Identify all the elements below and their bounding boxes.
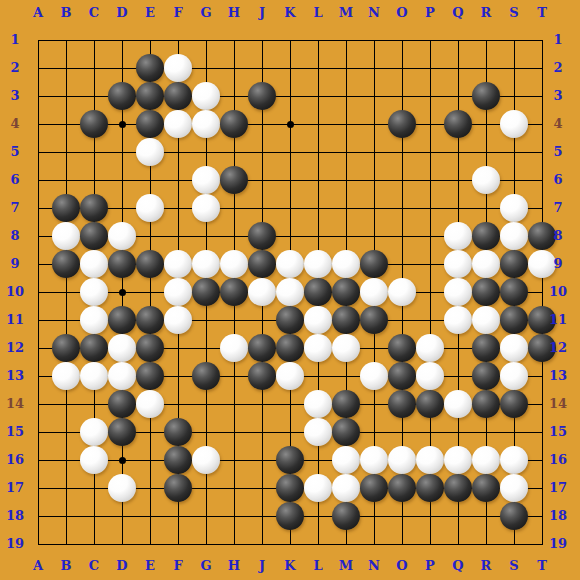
black-stone-M15 (332, 418, 360, 446)
white-stone-B8 (52, 222, 80, 250)
black-stone-E2 (136, 54, 164, 82)
col-label-top-P: P (416, 5, 444, 21)
col-label-bottom-F: F (164, 558, 192, 574)
grid-line-vertical (542, 40, 543, 545)
col-label-bottom-K: K (276, 558, 304, 574)
black-stone-S18 (500, 502, 528, 530)
col-label-bottom-A: A (24, 558, 52, 574)
black-stone-P17 (416, 474, 444, 502)
row-label-right-15: 15 (544, 424, 572, 440)
white-stone-L17 (304, 474, 332, 502)
row-label-left-15: 15 (1, 424, 29, 440)
col-label-top-S: S (500, 5, 528, 21)
col-label-bottom-D: D (108, 558, 136, 574)
row-label-right-16: 16 (544, 452, 572, 468)
white-stone-S7 (500, 194, 528, 222)
white-stone-C9 (80, 250, 108, 278)
black-stone-Q4 (444, 110, 472, 138)
white-stone-B13 (52, 362, 80, 390)
black-stone-H6 (220, 166, 248, 194)
row-label-right-13: 13 (544, 368, 572, 384)
black-stone-J12 (248, 334, 276, 362)
white-stone-Q14 (444, 390, 472, 418)
black-stone-F15 (164, 418, 192, 446)
row-label-left-18: 18 (1, 508, 29, 524)
row-label-right-1: 1 (544, 32, 572, 48)
row-label-right-18: 18 (544, 508, 572, 524)
row-label-left-4: 4 (1, 116, 29, 132)
col-label-top-J: J (248, 5, 276, 21)
black-stone-K11 (276, 306, 304, 334)
black-stone-F17 (164, 474, 192, 502)
col-label-bottom-T: T (528, 558, 556, 574)
white-stone-F10 (164, 278, 192, 306)
black-stone-R8 (472, 222, 500, 250)
col-label-bottom-E: E (136, 558, 164, 574)
white-stone-C16 (80, 446, 108, 474)
white-stone-L12 (304, 334, 332, 362)
black-stone-H10 (220, 278, 248, 306)
row-label-right-10: 10 (544, 284, 572, 300)
black-stone-K16 (276, 446, 304, 474)
white-stone-G3 (192, 82, 220, 110)
black-stone-R14 (472, 390, 500, 418)
black-stone-C8 (80, 222, 108, 250)
grid-line-vertical (66, 40, 67, 545)
col-label-top-E: E (136, 5, 164, 21)
white-stone-F11 (164, 306, 192, 334)
white-stone-P13 (416, 362, 444, 390)
white-stone-S13 (500, 362, 528, 390)
black-stone-N17 (360, 474, 388, 502)
row-label-left-17: 17 (1, 480, 29, 496)
white-stone-D12 (108, 334, 136, 362)
black-stone-O13 (388, 362, 416, 390)
goban[interactable]: AABBCCDDEEFFGGHHJJKKLLMMNNOOPPQQRRSSTT11… (0, 0, 580, 580)
white-stone-C13 (80, 362, 108, 390)
black-stone-E3 (136, 82, 164, 110)
row-label-right-11: 11 (544, 312, 572, 328)
col-label-bottom-J: J (248, 558, 276, 574)
black-stone-N9 (360, 250, 388, 278)
col-label-top-N: N (360, 5, 388, 21)
white-stone-Q16 (444, 446, 472, 474)
black-stone-S9 (500, 250, 528, 278)
col-label-bottom-S: S (500, 558, 528, 574)
white-stone-R16 (472, 446, 500, 474)
black-stone-O17 (388, 474, 416, 502)
black-stone-R17 (472, 474, 500, 502)
col-label-top-M: M (332, 5, 360, 21)
row-label-left-11: 11 (1, 312, 29, 328)
black-stone-P14 (416, 390, 444, 418)
white-stone-F9 (164, 250, 192, 278)
row-label-left-2: 2 (1, 60, 29, 76)
row-label-left-9: 9 (1, 256, 29, 272)
black-stone-K18 (276, 502, 304, 530)
col-label-bottom-G: G (192, 558, 220, 574)
black-stone-M11 (332, 306, 360, 334)
black-stone-D9 (108, 250, 136, 278)
col-label-top-T: T (528, 5, 556, 21)
row-label-left-8: 8 (1, 228, 29, 244)
white-stone-P12 (416, 334, 444, 362)
white-stone-R6 (472, 166, 500, 194)
row-label-right-7: 7 (544, 200, 572, 216)
row-label-right-9: 9 (544, 256, 572, 272)
col-label-top-R: R (472, 5, 500, 21)
white-stone-C11 (80, 306, 108, 334)
col-label-bottom-H: H (220, 558, 248, 574)
black-stone-R3 (472, 82, 500, 110)
black-stone-G10 (192, 278, 220, 306)
row-label-right-2: 2 (544, 60, 572, 76)
hoshi-K4 (287, 121, 294, 128)
black-stone-N11 (360, 306, 388, 334)
white-stone-Q9 (444, 250, 472, 278)
white-stone-S8 (500, 222, 528, 250)
white-stone-G4 (192, 110, 220, 138)
white-stone-S12 (500, 334, 528, 362)
row-label-right-3: 3 (544, 88, 572, 104)
black-stone-G13 (192, 362, 220, 390)
col-label-bottom-B: B (52, 558, 80, 574)
col-label-bottom-L: L (304, 558, 332, 574)
white-stone-N10 (360, 278, 388, 306)
black-stone-J8 (248, 222, 276, 250)
white-stone-M12 (332, 334, 360, 362)
black-stone-F3 (164, 82, 192, 110)
white-stone-M16 (332, 446, 360, 474)
black-stone-K17 (276, 474, 304, 502)
col-label-top-K: K (276, 5, 304, 21)
black-stone-E11 (136, 306, 164, 334)
row-label-left-7: 7 (1, 200, 29, 216)
row-label-left-3: 3 (1, 88, 29, 104)
black-stone-B7 (52, 194, 80, 222)
col-label-top-B: B (52, 5, 80, 21)
black-stone-D15 (108, 418, 136, 446)
white-stone-R11 (472, 306, 500, 334)
col-label-top-G: G (192, 5, 220, 21)
black-stone-C12 (80, 334, 108, 362)
row-label-right-6: 6 (544, 172, 572, 188)
col-label-bottom-N: N (360, 558, 388, 574)
black-stone-K12 (276, 334, 304, 362)
black-stone-H4 (220, 110, 248, 138)
col-label-top-F: F (164, 5, 192, 21)
col-label-bottom-Q: Q (444, 558, 472, 574)
black-stone-J9 (248, 250, 276, 278)
black-stone-E13 (136, 362, 164, 390)
white-stone-L15 (304, 418, 332, 446)
white-stone-K10 (276, 278, 304, 306)
hoshi-D10 (119, 289, 126, 296)
col-label-bottom-R: R (472, 558, 500, 574)
row-label-left-16: 16 (1, 452, 29, 468)
white-stone-J10 (248, 278, 276, 306)
grid-line-vertical (38, 40, 39, 545)
black-stone-R13 (472, 362, 500, 390)
row-label-left-1: 1 (1, 32, 29, 48)
white-stone-Q11 (444, 306, 472, 334)
hoshi-D16 (119, 457, 126, 464)
white-stone-F4 (164, 110, 192, 138)
black-stone-C7 (80, 194, 108, 222)
col-label-top-A: A (24, 5, 52, 21)
white-stone-L11 (304, 306, 332, 334)
row-label-right-5: 5 (544, 144, 572, 160)
col-label-bottom-O: O (388, 558, 416, 574)
col-label-top-D: D (108, 5, 136, 21)
white-stone-Q10 (444, 278, 472, 306)
black-stone-R10 (472, 278, 500, 306)
white-stone-G6 (192, 166, 220, 194)
white-stone-H12 (220, 334, 248, 362)
black-stone-S10 (500, 278, 528, 306)
white-stone-K9 (276, 250, 304, 278)
black-stone-E12 (136, 334, 164, 362)
row-label-left-5: 5 (1, 144, 29, 160)
white-stone-O10 (388, 278, 416, 306)
black-stone-S11 (500, 306, 528, 334)
black-stone-C4 (80, 110, 108, 138)
white-stone-H9 (220, 250, 248, 278)
black-stone-Q17 (444, 474, 472, 502)
row-label-right-8: 8 (544, 228, 572, 244)
white-stone-L14 (304, 390, 332, 418)
white-stone-N16 (360, 446, 388, 474)
black-stone-O4 (388, 110, 416, 138)
black-stone-J13 (248, 362, 276, 390)
row-label-left-14: 14 (1, 396, 29, 412)
white-stone-C10 (80, 278, 108, 306)
black-stone-F16 (164, 446, 192, 474)
white-stone-K13 (276, 362, 304, 390)
white-stone-N13 (360, 362, 388, 390)
white-stone-S17 (500, 474, 528, 502)
black-stone-R12 (472, 334, 500, 362)
black-stone-J3 (248, 82, 276, 110)
row-label-left-6: 6 (1, 172, 29, 188)
black-stone-B9 (52, 250, 80, 278)
row-label-right-17: 17 (544, 480, 572, 496)
white-stone-F2 (164, 54, 192, 82)
white-stone-D13 (108, 362, 136, 390)
go-app-window: AABBCCDDEEFFGGHHJJKKLLMMNNOOPPQQRRSSTT11… (0, 0, 580, 580)
black-stone-D14 (108, 390, 136, 418)
white-stone-E7 (136, 194, 164, 222)
row-label-left-13: 13 (1, 368, 29, 384)
black-stone-D11 (108, 306, 136, 334)
black-stone-M18 (332, 502, 360, 530)
col-label-top-O: O (388, 5, 416, 21)
col-label-top-H: H (220, 5, 248, 21)
white-stone-D17 (108, 474, 136, 502)
white-stone-D8 (108, 222, 136, 250)
white-stone-O16 (388, 446, 416, 474)
white-stone-M9 (332, 250, 360, 278)
col-label-bottom-C: C (80, 558, 108, 574)
col-label-top-L: L (304, 5, 332, 21)
black-stone-E4 (136, 110, 164, 138)
row-label-left-12: 12 (1, 340, 29, 356)
white-stone-G9 (192, 250, 220, 278)
white-stone-G7 (192, 194, 220, 222)
black-stone-O12 (388, 334, 416, 362)
black-stone-B12 (52, 334, 80, 362)
black-stone-S14 (500, 390, 528, 418)
white-stone-C15 (80, 418, 108, 446)
white-stone-M17 (332, 474, 360, 502)
white-stone-P16 (416, 446, 444, 474)
black-stone-L10 (304, 278, 332, 306)
col-label-top-C: C (80, 5, 108, 21)
black-stone-O14 (388, 390, 416, 418)
white-stone-L9 (304, 250, 332, 278)
row-label-right-12: 12 (544, 340, 572, 356)
row-label-left-10: 10 (1, 284, 29, 300)
col-label-bottom-M: M (332, 558, 360, 574)
hoshi-D4 (119, 121, 126, 128)
black-stone-M14 (332, 390, 360, 418)
white-stone-E5 (136, 138, 164, 166)
row-label-right-14: 14 (544, 396, 572, 412)
row-label-left-19: 19 (1, 536, 29, 552)
row-label-right-4: 4 (544, 116, 572, 132)
white-stone-R9 (472, 250, 500, 278)
white-stone-Q8 (444, 222, 472, 250)
black-stone-D3 (108, 82, 136, 110)
white-stone-S4 (500, 110, 528, 138)
white-stone-E14 (136, 390, 164, 418)
col-label-bottom-P: P (416, 558, 444, 574)
col-label-top-Q: Q (444, 5, 472, 21)
black-stone-M10 (332, 278, 360, 306)
white-stone-S16 (500, 446, 528, 474)
black-stone-E9 (136, 250, 164, 278)
row-label-right-19: 19 (544, 536, 572, 552)
white-stone-G16 (192, 446, 220, 474)
